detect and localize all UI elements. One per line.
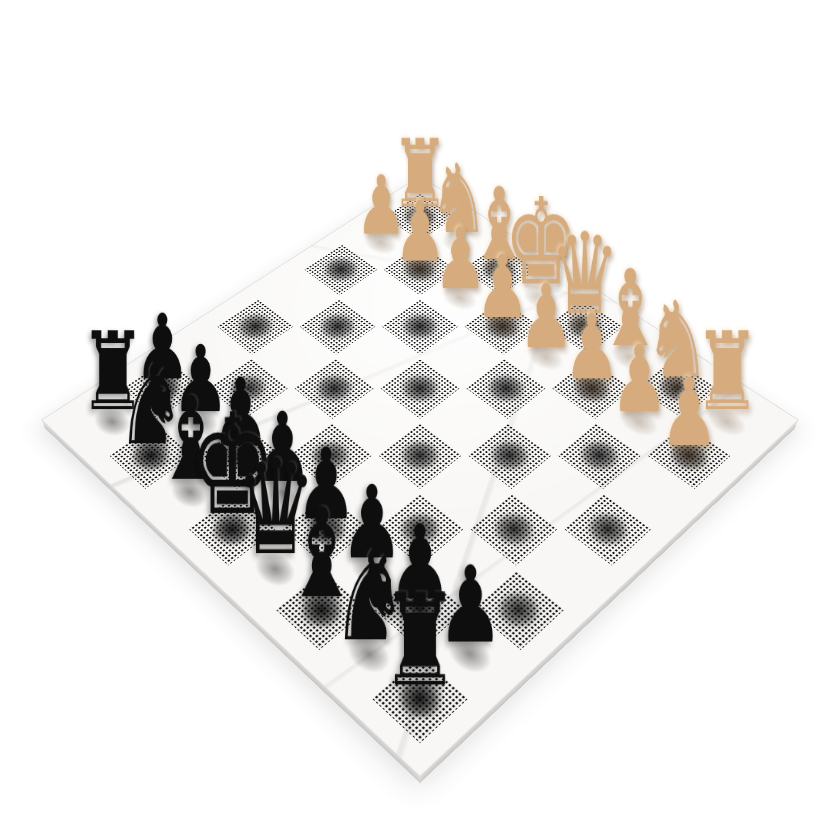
black-rook-glyph: ♜ xyxy=(380,577,460,704)
white-pawn-glyph: ♟ xyxy=(660,366,719,460)
chess-board: ♜♞♝♚♛♝♞♜♟♟♟♟♟♟♟♟♟♟♟♟♟♟♟♟♜♞♝♚♛♝♞♜ xyxy=(71,192,770,744)
marble-slab: ♜♞♝♚♛♝♞♜♟♟♟♟♟♟♟♟♟♟♟♟♟♟♟♟♜♞♝♚♛♝♞♜ xyxy=(41,175,799,777)
square-h8[interactable]: ♜ xyxy=(368,653,471,747)
board-scene: ♜♞♝♚♛♝♞♜♟♟♟♟♟♟♟♟♟♟♟♟♟♟♟♟♜♞♝♚♛♝♞♜ xyxy=(41,175,799,777)
product-photo-canvas: ♜♞♝♚♛♝♞♜♟♟♟♟♟♟♟♟♟♟♟♟♟♟♟♟♜♞♝♚♛♝♞♜ xyxy=(0,0,840,840)
